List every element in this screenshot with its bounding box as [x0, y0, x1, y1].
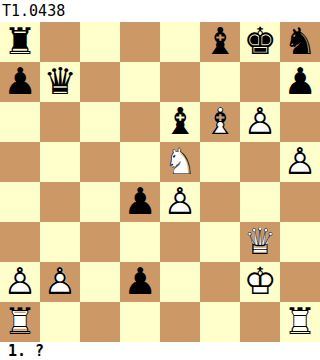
square-f3[interactable]	[200, 222, 240, 262]
square-b5[interactable]	[40, 142, 80, 182]
square-h2[interactable]	[280, 262, 320, 302]
chess-board: ♜♝♚♞♟♛♟♝♝♗♟♙♞♘♟♙♟♟♙♛♕♟♙♟♙♟♚♔♜♖♜♖	[0, 22, 320, 342]
square-c7[interactable]	[80, 62, 120, 102]
white-pawn-outline: ♙	[280, 142, 320, 182]
square-e2[interactable]	[160, 262, 200, 302]
square-e4[interactable]: ♟♙	[160, 182, 200, 222]
square-d4[interactable]: ♟	[120, 182, 160, 222]
square-b7[interactable]: ♛	[40, 62, 80, 102]
square-f6[interactable]: ♝♗	[200, 102, 240, 142]
square-e7[interactable]	[160, 62, 200, 102]
move-prompt: 1. ?	[0, 342, 320, 360]
square-d6[interactable]	[120, 102, 160, 142]
square-a7[interactable]: ♟	[0, 62, 40, 102]
white-rook-outline: ♖	[0, 302, 40, 342]
square-g8[interactable]: ♚	[240, 22, 280, 62]
white-pawn-outline: ♙	[40, 262, 80, 302]
square-f8[interactable]: ♝	[200, 22, 240, 62]
square-h1[interactable]: ♜♖	[280, 302, 320, 342]
white-pawn-outline: ♙	[240, 102, 280, 142]
square-f5[interactable]	[200, 142, 240, 182]
square-a6[interactable]	[0, 102, 40, 142]
black-pawn: ♟	[280, 62, 320, 102]
square-d5[interactable]	[120, 142, 160, 182]
square-c1[interactable]	[80, 302, 120, 342]
square-f1[interactable]	[200, 302, 240, 342]
black-pawn: ♟	[120, 182, 160, 222]
square-a3[interactable]	[0, 222, 40, 262]
square-h8[interactable]: ♞	[280, 22, 320, 62]
square-d1[interactable]	[120, 302, 160, 342]
square-g5[interactable]	[240, 142, 280, 182]
square-h6[interactable]	[280, 102, 320, 142]
black-queen: ♛	[40, 62, 80, 102]
square-c4[interactable]	[80, 182, 120, 222]
square-f7[interactable]	[200, 62, 240, 102]
square-c2[interactable]	[80, 262, 120, 302]
white-king-outline: ♔	[240, 262, 280, 302]
puzzle-id: T1.0438	[0, 0, 320, 22]
black-knight: ♞	[280, 22, 320, 62]
square-f4[interactable]	[200, 182, 240, 222]
square-b8[interactable]	[40, 22, 80, 62]
black-king: ♚	[240, 22, 280, 62]
square-e5[interactable]: ♞♘	[160, 142, 200, 182]
square-c5[interactable]	[80, 142, 120, 182]
white-rook-outline: ♖	[280, 302, 320, 342]
square-d7[interactable]	[120, 62, 160, 102]
square-e3[interactable]	[160, 222, 200, 262]
square-h3[interactable]	[280, 222, 320, 262]
square-d2[interactable]: ♟	[120, 262, 160, 302]
square-h4[interactable]	[280, 182, 320, 222]
square-a5[interactable]	[0, 142, 40, 182]
square-a2[interactable]: ♟♙	[0, 262, 40, 302]
white-queen-outline: ♕	[240, 222, 280, 262]
square-g3[interactable]: ♛♕	[240, 222, 280, 262]
square-e1[interactable]	[160, 302, 200, 342]
black-pawn: ♟	[0, 62, 40, 102]
square-d8[interactable]	[120, 22, 160, 62]
square-c8[interactable]	[80, 22, 120, 62]
black-pawn: ♟	[120, 262, 160, 302]
white-knight-outline: ♘	[160, 142, 200, 182]
white-pawn-outline: ♙	[160, 182, 200, 222]
square-h7[interactable]: ♟	[280, 62, 320, 102]
square-g1[interactable]	[240, 302, 280, 342]
square-g2[interactable]: ♚♔	[240, 262, 280, 302]
square-g6[interactable]: ♟♙	[240, 102, 280, 142]
square-h5[interactable]: ♟♙	[280, 142, 320, 182]
square-f2[interactable]	[200, 262, 240, 302]
square-e8[interactable]	[160, 22, 200, 62]
square-b3[interactable]	[40, 222, 80, 262]
square-a8[interactable]: ♜	[0, 22, 40, 62]
square-a4[interactable]	[0, 182, 40, 222]
black-bishop: ♝	[200, 22, 240, 62]
square-c3[interactable]	[80, 222, 120, 262]
square-a1[interactable]: ♜♖	[0, 302, 40, 342]
square-b4[interactable]	[40, 182, 80, 222]
square-c6[interactable]	[80, 102, 120, 142]
square-b2[interactable]: ♟♙	[40, 262, 80, 302]
black-rook: ♜	[0, 22, 40, 62]
square-g4[interactable]	[240, 182, 280, 222]
square-d3[interactable]	[120, 222, 160, 262]
square-e6[interactable]: ♝	[160, 102, 200, 142]
white-pawn-outline: ♙	[0, 262, 40, 302]
square-b6[interactable]	[40, 102, 80, 142]
square-g7[interactable]	[240, 62, 280, 102]
square-b1[interactable]	[40, 302, 80, 342]
black-bishop: ♝	[160, 102, 200, 142]
white-bishop-outline: ♗	[200, 102, 240, 142]
